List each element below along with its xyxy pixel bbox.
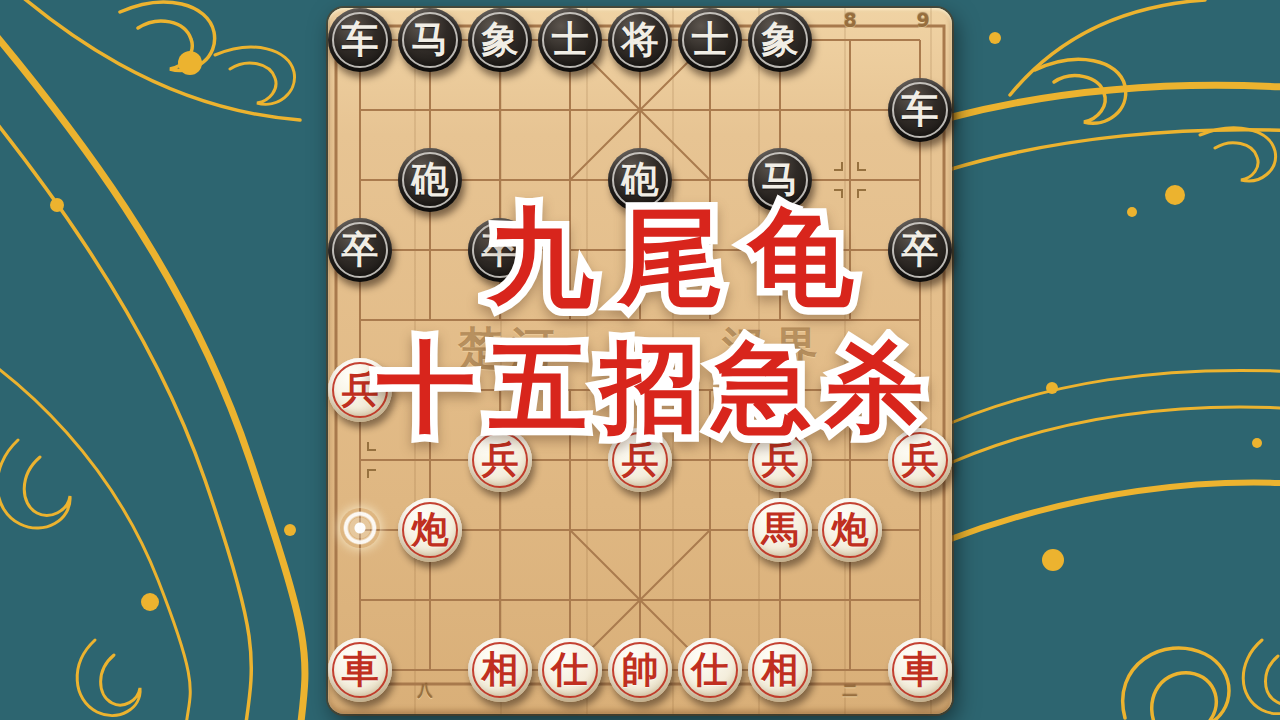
- piece-red-炮[interactable]: 炮: [818, 498, 882, 562]
- piece-red-炮[interactable]: 炮: [398, 498, 462, 562]
- piece-character: 兵: [342, 358, 379, 422]
- caption-line1: 九尾龟 九尾龟: [488, 187, 878, 330]
- piece-red-仕[interactable]: 仕: [678, 638, 742, 702]
- piece-character: 士: [552, 8, 589, 72]
- piece-black-卒[interactable]: 卒: [328, 218, 392, 282]
- piece-red-車[interactable]: 車: [888, 638, 952, 702]
- caption-line2-text: 十五招急杀: [377, 329, 937, 444]
- piece-black-卒[interactable]: 卒: [888, 218, 952, 282]
- piece-black-将[interactable]: 将: [608, 8, 672, 72]
- piece-character: 炮: [832, 498, 869, 562]
- piece-black-士[interactable]: 士: [678, 8, 742, 72]
- piece-black-象[interactable]: 象: [468, 8, 532, 72]
- piece-black-砲[interactable]: 砲: [398, 148, 462, 212]
- piece-character: 卒: [902, 218, 939, 282]
- piece-red-仕[interactable]: 仕: [538, 638, 602, 702]
- move-indicator-ring: [340, 508, 380, 548]
- piece-character: 相: [482, 638, 519, 702]
- piece-character: 仕: [692, 638, 729, 702]
- piece-character: 帥: [622, 638, 659, 702]
- piece-red-相[interactable]: 相: [748, 638, 812, 702]
- piece-red-帥[interactable]: 帥: [608, 638, 672, 702]
- piece-character: 象: [762, 8, 799, 72]
- piece-character: 相: [762, 638, 799, 702]
- piece-character: 象: [482, 8, 519, 72]
- piece-character: 卒: [342, 218, 379, 282]
- piece-black-马[interactable]: 马: [398, 8, 462, 72]
- piece-red-車[interactable]: 車: [328, 638, 392, 702]
- piece-character: 车: [902, 78, 939, 142]
- piece-character: 车: [342, 8, 379, 72]
- piece-character: 士: [692, 8, 729, 72]
- piece-character: 砲: [412, 148, 449, 212]
- caption-line1-text: 九尾龟: [488, 194, 878, 319]
- piece-character: 馬: [762, 498, 799, 562]
- piece-red-相[interactable]: 相: [468, 638, 532, 702]
- piece-character: 炮: [412, 498, 449, 562]
- piece-black-象[interactable]: 象: [748, 8, 812, 72]
- piece-black-车[interactable]: 车: [328, 8, 392, 72]
- piece-black-士[interactable]: 士: [538, 8, 602, 72]
- piece-character: 車: [902, 638, 939, 702]
- piece-character: 仕: [552, 638, 589, 702]
- caption-line2: 十五招急杀 十五招急杀: [377, 323, 937, 455]
- piece-black-车[interactable]: 车: [888, 78, 952, 142]
- piece-character: 马: [412, 8, 449, 72]
- piece-character: 将: [622, 8, 659, 72]
- screenshot-stage: 8 9 八 二 楚 河 汉 界 车马象士将士象车砲砲马卒卒卒兵兵兵兵兵炮馬炮車相…: [0, 0, 1280, 720]
- piece-red-馬[interactable]: 馬: [748, 498, 812, 562]
- piece-character: 車: [342, 638, 379, 702]
